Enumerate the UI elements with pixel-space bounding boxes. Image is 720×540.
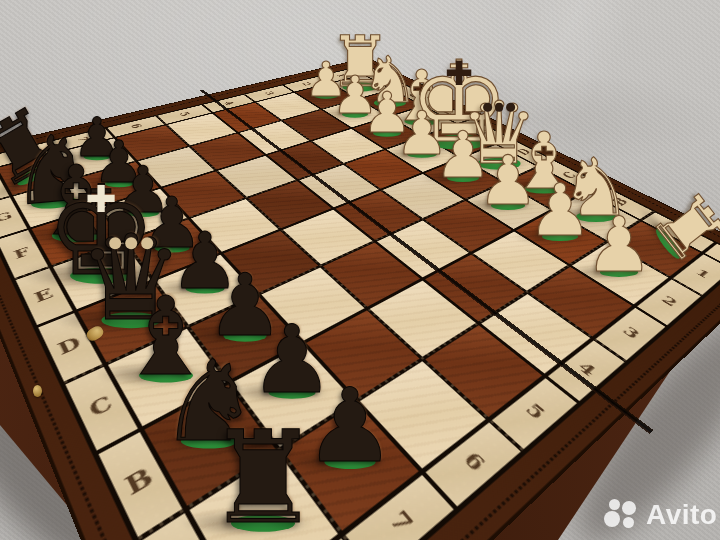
queen-crown-finials (109, 237, 153, 249)
avito-watermark: Avito (604, 498, 717, 531)
pawn-glyph: ♟ (581, 215, 657, 276)
avito-watermark-text: Avito (646, 499, 717, 531)
rook-glyph: ♜ (199, 427, 327, 529)
avito-logo-icon (604, 498, 641, 531)
piece-black-rook-a8[interactable]: ♜ (199, 427, 327, 529)
piece-white-pawn-a2[interactable]: ♟ (581, 215, 657, 276)
queen-crown-finials (483, 103, 515, 112)
pieces-layer: ♜♞♝♚✚♛♝♞♜♟♟♟♟♟♟♟♟♜♞♝♚✚♛♝♞♜♟♟♟♟♟♟♟♟ (0, 0, 720, 540)
photo-scene: HGFEDCBA1122334455667788HGFEDCBA ♜♞♝♚✚♛♝… (0, 0, 720, 540)
